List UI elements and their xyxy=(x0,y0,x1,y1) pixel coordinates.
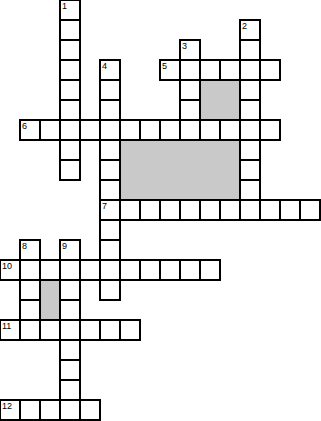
answer-cell[interactable] xyxy=(59,99,81,121)
crossword-board: 123456789101112 xyxy=(0,0,321,421)
blocked-region xyxy=(39,279,61,321)
answer-cell[interactable] xyxy=(59,119,81,141)
answer-cell[interactable] xyxy=(99,319,121,341)
answer-cell[interactable] xyxy=(99,139,121,161)
blocked-region xyxy=(119,139,241,201)
answer-cell[interactable] xyxy=(59,399,81,421)
answer-cell[interactable] xyxy=(59,279,81,301)
answer-cell[interactable] xyxy=(219,59,241,81)
answer-cell[interactable] xyxy=(159,59,181,81)
answer-cell[interactable] xyxy=(59,299,81,321)
answer-cell[interactable] xyxy=(259,119,281,141)
answer-cell[interactable] xyxy=(179,39,201,61)
answer-cell[interactable] xyxy=(119,199,141,221)
answer-cell[interactable] xyxy=(0,399,21,421)
answer-cell[interactable] xyxy=(59,139,81,161)
answer-cell[interactable] xyxy=(259,59,281,81)
answer-cell[interactable] xyxy=(19,279,41,301)
answer-cell[interactable] xyxy=(59,259,81,281)
answer-cell[interactable] xyxy=(39,259,61,281)
answer-cell[interactable] xyxy=(59,239,81,261)
answer-cell[interactable] xyxy=(239,179,261,201)
answer-cell[interactable] xyxy=(19,299,41,321)
answer-cell[interactable] xyxy=(99,239,121,261)
answer-cell[interactable] xyxy=(99,199,121,221)
answer-cell[interactable] xyxy=(19,119,41,141)
answer-cell[interactable] xyxy=(159,199,181,221)
answer-cell[interactable] xyxy=(179,259,201,281)
answer-cell[interactable] xyxy=(59,19,81,41)
answer-cell[interactable] xyxy=(179,99,201,121)
answer-cell[interactable] xyxy=(239,59,261,81)
answer-cell[interactable] xyxy=(39,319,61,341)
answer-cell[interactable] xyxy=(99,99,121,121)
answer-cell[interactable] xyxy=(159,259,181,281)
answer-cell[interactable] xyxy=(199,259,221,281)
answer-cell[interactable] xyxy=(219,119,241,141)
blocked-region xyxy=(199,79,241,121)
answer-cell[interactable] xyxy=(59,379,81,401)
answer-cell[interactable] xyxy=(99,259,121,281)
answer-cell[interactable] xyxy=(239,19,261,41)
answer-cell[interactable] xyxy=(239,39,261,61)
answer-cell[interactable] xyxy=(99,59,121,81)
answer-cell[interactable] xyxy=(179,59,201,81)
answer-cell[interactable] xyxy=(139,119,161,141)
answer-cell[interactable] xyxy=(19,239,41,261)
answer-cell[interactable] xyxy=(99,159,121,181)
answer-cell[interactable] xyxy=(179,79,201,101)
answer-cell[interactable] xyxy=(219,199,241,221)
answer-cell[interactable] xyxy=(199,59,221,81)
answer-cell[interactable] xyxy=(239,99,261,121)
answer-cell[interactable] xyxy=(39,399,61,421)
answer-cell[interactable] xyxy=(299,199,321,221)
answer-cell[interactable] xyxy=(119,319,141,341)
answer-cell[interactable] xyxy=(0,259,21,281)
answer-cell[interactable] xyxy=(59,319,81,341)
answer-cell[interactable] xyxy=(179,199,201,221)
answer-cell[interactable] xyxy=(99,79,121,101)
answer-cell[interactable] xyxy=(179,119,201,141)
answer-cell[interactable] xyxy=(59,59,81,81)
answer-cell[interactable] xyxy=(199,119,221,141)
answer-cell[interactable] xyxy=(59,159,81,181)
answer-cell[interactable] xyxy=(239,139,261,161)
answer-cell[interactable] xyxy=(79,259,101,281)
answer-cell[interactable] xyxy=(139,259,161,281)
answer-cell[interactable] xyxy=(259,199,281,221)
answer-cell[interactable] xyxy=(19,319,41,341)
answer-cell[interactable] xyxy=(239,199,261,221)
answer-cell[interactable] xyxy=(79,399,101,421)
answer-cell[interactable] xyxy=(39,119,61,141)
answer-cell[interactable] xyxy=(139,199,161,221)
answer-cell[interactable] xyxy=(279,199,301,221)
answer-cell[interactable] xyxy=(99,219,121,241)
answer-cell[interactable] xyxy=(19,259,41,281)
answer-cell[interactable] xyxy=(99,179,121,201)
answer-cell[interactable] xyxy=(59,79,81,101)
answer-cell[interactable] xyxy=(59,359,81,381)
answer-cell[interactable] xyxy=(99,119,121,141)
answer-cell[interactable] xyxy=(59,0,81,21)
answer-cell[interactable] xyxy=(79,319,101,341)
answer-cell[interactable] xyxy=(99,279,121,301)
answer-cell[interactable] xyxy=(159,119,181,141)
answer-cell[interactable] xyxy=(199,199,221,221)
answer-cell[interactable] xyxy=(0,319,21,341)
answer-cell[interactable] xyxy=(59,339,81,361)
answer-cell[interactable] xyxy=(59,39,81,61)
answer-cell[interactable] xyxy=(239,159,261,181)
answer-cell[interactable] xyxy=(239,119,261,141)
answer-cell[interactable] xyxy=(119,259,141,281)
answer-cell[interactable] xyxy=(239,79,261,101)
answer-cell[interactable] xyxy=(19,399,41,421)
answer-cell[interactable] xyxy=(79,119,101,141)
answer-cell[interactable] xyxy=(119,119,141,141)
